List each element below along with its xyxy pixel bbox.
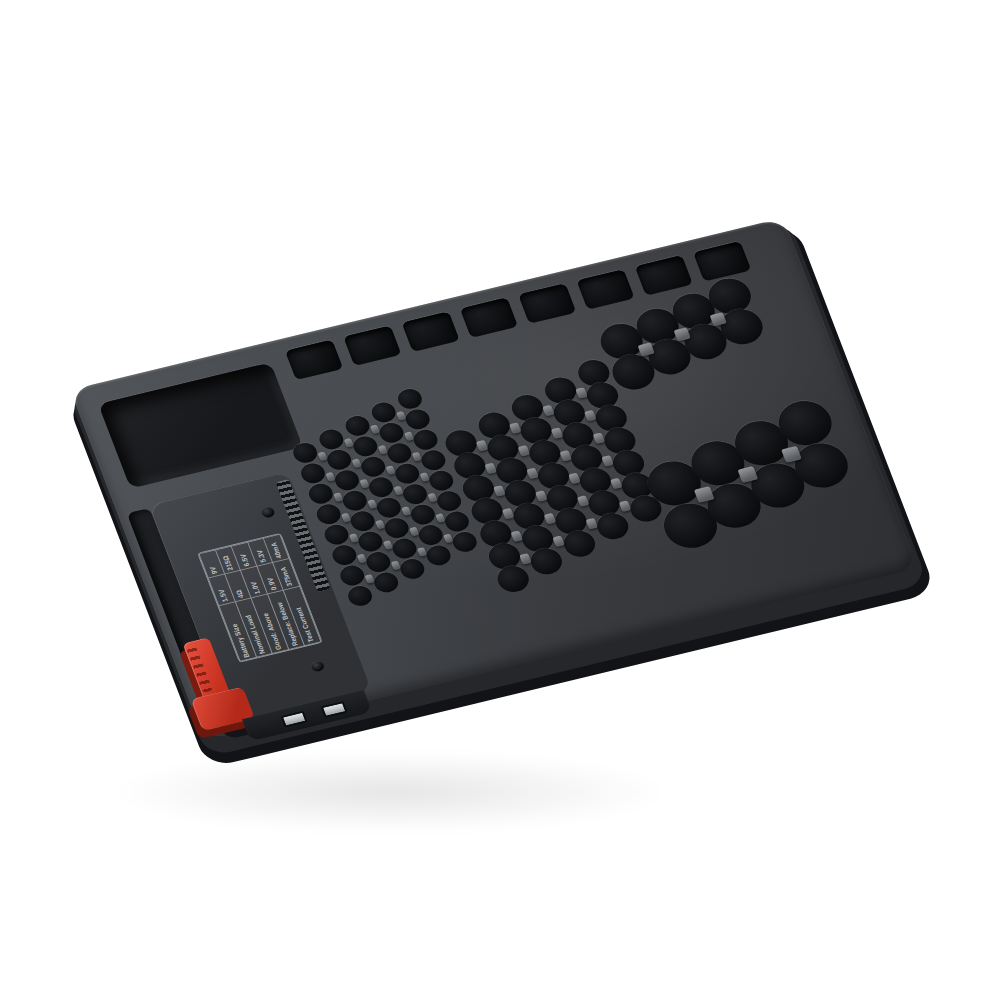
battery-slot-fields (70, 218, 783, 390)
product-photo: Battery Size1.5V9VNominal Load4Ω215ΩGood… (0, 0, 1000, 1000)
metal-contact (281, 711, 308, 727)
screw-icon (309, 659, 325, 672)
ground-shadow (110, 752, 670, 832)
organizer-tray: Battery Size1.5V9VNominal Load4Ω215ΩGood… (70, 218, 918, 741)
metal-contact (321, 701, 348, 717)
screw-icon (260, 506, 276, 519)
